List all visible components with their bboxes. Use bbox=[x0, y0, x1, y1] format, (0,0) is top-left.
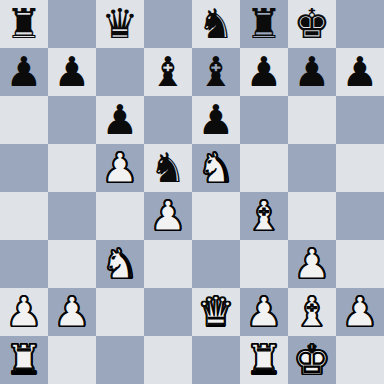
piece-white-queen[interactable]: ♛ bbox=[198, 288, 235, 336]
piece-black-bishop[interactable]: ♝ bbox=[198, 48, 235, 96]
square-c2[interactable] bbox=[96, 288, 144, 336]
square-a8[interactable]: ♜ bbox=[0, 0, 48, 48]
piece-white-bishop[interactable]: ♝ bbox=[246, 192, 283, 240]
piece-black-pawn[interactable]: ♟ bbox=[294, 48, 331, 96]
square-d5[interactable]: ♞ bbox=[144, 144, 192, 192]
square-b5[interactable] bbox=[48, 144, 96, 192]
piece-black-pawn[interactable]: ♟ bbox=[102, 96, 139, 144]
piece-white-pawn[interactable]: ♟ bbox=[294, 240, 331, 288]
square-a3[interactable] bbox=[0, 240, 48, 288]
piece-white-king[interactable]: ♚ bbox=[294, 336, 331, 384]
square-h7[interactable]: ♟ bbox=[336, 48, 384, 96]
square-f5[interactable] bbox=[240, 144, 288, 192]
piece-white-knight[interactable]: ♞ bbox=[102, 240, 139, 288]
square-a5[interactable] bbox=[0, 144, 48, 192]
piece-white-rook[interactable]: ♜ bbox=[6, 336, 43, 384]
square-h1[interactable] bbox=[336, 336, 384, 384]
piece-black-knight[interactable]: ♞ bbox=[150, 144, 187, 192]
square-f2[interactable]: ♟ bbox=[240, 288, 288, 336]
square-c5[interactable]: ♟ bbox=[96, 144, 144, 192]
square-a6[interactable] bbox=[0, 96, 48, 144]
square-c7[interactable] bbox=[96, 48, 144, 96]
square-c8[interactable]: ♛ bbox=[96, 0, 144, 48]
square-b3[interactable] bbox=[48, 240, 96, 288]
square-f4[interactable]: ♝ bbox=[240, 192, 288, 240]
square-e8[interactable]: ♞ bbox=[192, 0, 240, 48]
square-g4[interactable] bbox=[288, 192, 336, 240]
square-c6[interactable]: ♟ bbox=[96, 96, 144, 144]
square-h2[interactable]: ♟ bbox=[336, 288, 384, 336]
piece-black-queen[interactable]: ♛ bbox=[102, 0, 139, 48]
piece-black-bishop[interactable]: ♝ bbox=[150, 48, 187, 96]
piece-black-pawn[interactable]: ♟ bbox=[198, 96, 235, 144]
piece-black-king[interactable]: ♚ bbox=[294, 0, 331, 48]
piece-black-pawn[interactable]: ♟ bbox=[246, 48, 283, 96]
piece-white-pawn[interactable]: ♟ bbox=[6, 288, 43, 336]
piece-white-bishop[interactable]: ♝ bbox=[294, 288, 331, 336]
square-e1[interactable] bbox=[192, 336, 240, 384]
chess-board: ♜♛♞♜♚♟♟♝♝♟♟♟♟♟♟♞♞♟♝♞♟♟♟♛♟♝♟♜♜♚ bbox=[0, 0, 384, 384]
square-a1[interactable]: ♜ bbox=[0, 336, 48, 384]
square-h4[interactable] bbox=[336, 192, 384, 240]
piece-white-pawn[interactable]: ♟ bbox=[150, 192, 187, 240]
square-e6[interactable]: ♟ bbox=[192, 96, 240, 144]
square-e4[interactable] bbox=[192, 192, 240, 240]
square-b2[interactable]: ♟ bbox=[48, 288, 96, 336]
square-h3[interactable] bbox=[336, 240, 384, 288]
piece-black-pawn[interactable]: ♟ bbox=[54, 48, 91, 96]
square-c3[interactable]: ♞ bbox=[96, 240, 144, 288]
square-d4[interactable]: ♟ bbox=[144, 192, 192, 240]
square-b6[interactable] bbox=[48, 96, 96, 144]
square-f7[interactable]: ♟ bbox=[240, 48, 288, 96]
square-f3[interactable] bbox=[240, 240, 288, 288]
piece-black-pawn[interactable]: ♟ bbox=[6, 48, 43, 96]
piece-white-pawn[interactable]: ♟ bbox=[342, 288, 379, 336]
square-d1[interactable] bbox=[144, 336, 192, 384]
square-e3[interactable] bbox=[192, 240, 240, 288]
square-d6[interactable] bbox=[144, 96, 192, 144]
square-h5[interactable] bbox=[336, 144, 384, 192]
square-g3[interactable]: ♟ bbox=[288, 240, 336, 288]
square-c4[interactable] bbox=[96, 192, 144, 240]
piece-black-rook[interactable]: ♜ bbox=[6, 0, 43, 48]
square-a4[interactable] bbox=[0, 192, 48, 240]
piece-black-pawn[interactable]: ♟ bbox=[342, 48, 379, 96]
square-d3[interactable] bbox=[144, 240, 192, 288]
square-g7[interactable]: ♟ bbox=[288, 48, 336, 96]
piece-white-knight[interactable]: ♞ bbox=[198, 144, 235, 192]
square-g1[interactable]: ♚ bbox=[288, 336, 336, 384]
square-g2[interactable]: ♝ bbox=[288, 288, 336, 336]
square-g8[interactable]: ♚ bbox=[288, 0, 336, 48]
square-e7[interactable]: ♝ bbox=[192, 48, 240, 96]
square-g6[interactable] bbox=[288, 96, 336, 144]
square-h8[interactable] bbox=[336, 0, 384, 48]
square-b7[interactable]: ♟ bbox=[48, 48, 96, 96]
square-f8[interactable]: ♜ bbox=[240, 0, 288, 48]
square-b4[interactable] bbox=[48, 192, 96, 240]
piece-white-rook[interactable]: ♜ bbox=[246, 336, 283, 384]
square-g5[interactable] bbox=[288, 144, 336, 192]
square-d8[interactable] bbox=[144, 0, 192, 48]
square-a2[interactable]: ♟ bbox=[0, 288, 48, 336]
square-c1[interactable] bbox=[96, 336, 144, 384]
square-e5[interactable]: ♞ bbox=[192, 144, 240, 192]
square-b8[interactable] bbox=[48, 0, 96, 48]
square-a7[interactable]: ♟ bbox=[0, 48, 48, 96]
piece-white-pawn[interactable]: ♟ bbox=[102, 144, 139, 192]
square-f1[interactable]: ♜ bbox=[240, 336, 288, 384]
piece-white-pawn[interactable]: ♟ bbox=[246, 288, 283, 336]
piece-white-pawn[interactable]: ♟ bbox=[54, 288, 91, 336]
square-b1[interactable] bbox=[48, 336, 96, 384]
square-e2[interactable]: ♛ bbox=[192, 288, 240, 336]
square-d7[interactable]: ♝ bbox=[144, 48, 192, 96]
square-d2[interactable] bbox=[144, 288, 192, 336]
piece-black-rook[interactable]: ♜ bbox=[246, 0, 283, 48]
square-h6[interactable] bbox=[336, 96, 384, 144]
piece-black-knight[interactable]: ♞ bbox=[198, 0, 235, 48]
square-f6[interactable] bbox=[240, 96, 288, 144]
